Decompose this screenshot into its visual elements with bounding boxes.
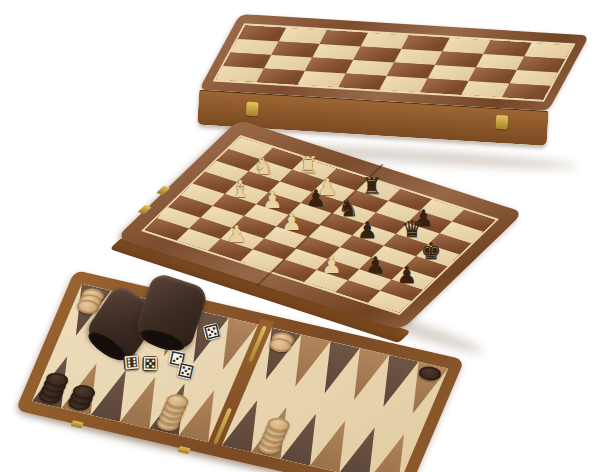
closed-box-checkerboard <box>216 25 573 99</box>
die-white-5[interactable]: ⚄ <box>177 362 195 380</box>
die-dark-5[interactable]: ⚄ <box>142 356 157 371</box>
closed-chess-box <box>233 14 589 148</box>
backgammon-point[interactable] <box>369 431 419 472</box>
brass-hinge-icon <box>71 420 84 428</box>
die-white-5[interactable]: ⚄ <box>203 323 221 341</box>
brass-latch-icon[interactable] <box>495 115 508 130</box>
die-dark-6[interactable]: ⚅ <box>123 354 139 370</box>
product-scene: ♜♜♞♟♟♟♞♛♝♟♟♚♟♟♟♟♟ ⚂⚄⚄⚅⚄ <box>0 0 600 472</box>
brass-latch-icon[interactable] <box>246 102 259 117</box>
closed-box-square <box>502 84 550 100</box>
